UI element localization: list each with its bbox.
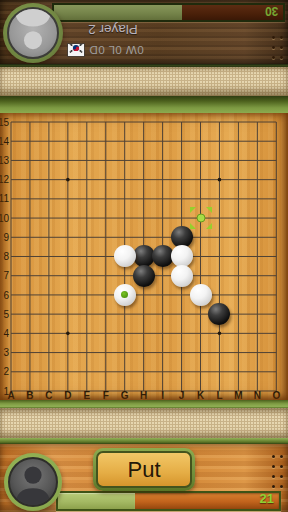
svg-text:M: M <box>234 390 242 401</box>
person-icon <box>10 459 56 505</box>
peg-dot <box>272 465 275 468</box>
opponent-timer-track: 30 <box>52 3 285 22</box>
svg-text:4: 4 <box>3 328 9 339</box>
svg-text:15: 15 <box>0 117 9 128</box>
opponent-name: Player 2 <box>68 22 158 37</box>
svg-text:B: B <box>26 390 33 401</box>
player-timer-track: 21 <box>56 491 281 511</box>
svg-text:O: O <box>272 390 280 401</box>
opponent-record-row: 0W 0L 0D <box>68 42 144 57</box>
wall-strip-top <box>0 67 288 96</box>
svg-text:14: 14 <box>0 136 9 147</box>
avatar-frame <box>7 7 59 59</box>
stone-white-J7 <box>171 265 193 287</box>
player-bar: 21 Put <box>0 444 288 512</box>
svg-text:2: 2 <box>3 366 9 377</box>
peg-dot <box>272 36 275 39</box>
svg-text:3: 3 <box>3 347 9 358</box>
board-frame-bottom <box>0 400 288 408</box>
player-timer-fill <box>58 493 135 509</box>
player-avatar[interactable] <box>4 453 62 511</box>
peg-dot <box>272 475 275 478</box>
svg-text:8: 8 <box>3 251 9 262</box>
stone-black-H7 <box>133 265 155 287</box>
svg-text:6: 6 <box>3 290 9 301</box>
peg-dot <box>280 46 283 49</box>
game-screen: 30 Player 2 <box>0 0 288 512</box>
stone-white-K6 <box>190 284 212 306</box>
put-button[interactable]: Put <box>93 448 195 491</box>
svg-text:12: 12 <box>0 174 9 185</box>
svg-text:G: G <box>121 390 129 401</box>
svg-text:13: 13 <box>0 155 9 166</box>
peg-dot <box>272 455 275 458</box>
svg-text:K: K <box>197 390 205 401</box>
svg-text:N: N <box>254 390 261 401</box>
svg-text:C: C <box>45 390 52 401</box>
svg-text:11: 11 <box>0 193 9 204</box>
goban-board[interactable]: 151413121110987654321ABCDEFGHIJKLMNO <box>0 113 288 400</box>
south-korea-flag-icon <box>68 44 84 56</box>
peg-dot <box>280 36 283 39</box>
put-button-face: Put <box>96 451 192 488</box>
peg-dot <box>280 465 283 468</box>
move-cursor-icon[interactable] <box>186 203 216 233</box>
opponent-avatar[interactable] <box>3 3 63 63</box>
svg-text:A: A <box>7 390 14 401</box>
opponent-timer-fill <box>54 5 182 20</box>
svg-text:J: J <box>179 390 185 401</box>
svg-text:5: 5 <box>3 309 9 320</box>
svg-text:H: H <box>140 390 147 401</box>
peg-dot <box>280 56 283 59</box>
svg-text:9: 9 <box>3 232 9 243</box>
svg-text:7: 7 <box>3 270 9 281</box>
svg-text:D: D <box>64 390 71 401</box>
player-timer-value: 21 <box>260 493 274 505</box>
opponent-bar: 30 Player 2 <box>0 0 288 64</box>
svg-text:I: I <box>161 390 164 401</box>
svg-text:L: L <box>216 390 222 401</box>
wall-strip-bottom <box>0 408 288 438</box>
opponent-record: 0W 0L 0D <box>89 44 144 56</box>
svg-text:10: 10 <box>0 213 9 224</box>
peg-dot <box>280 475 283 478</box>
person-icon <box>9 9 57 57</box>
peg-dot <box>272 56 275 59</box>
peg-dot <box>280 455 283 458</box>
peg-dot <box>272 485 275 488</box>
svg-text:F: F <box>103 390 109 401</box>
peg-dot <box>272 46 275 49</box>
board-frame-top <box>0 96 288 113</box>
peg-dot <box>280 485 283 488</box>
avatar-frame <box>8 457 58 507</box>
svg-text:E: E <box>83 390 90 401</box>
opponent-timer-value: 30 <box>265 5 278 16</box>
